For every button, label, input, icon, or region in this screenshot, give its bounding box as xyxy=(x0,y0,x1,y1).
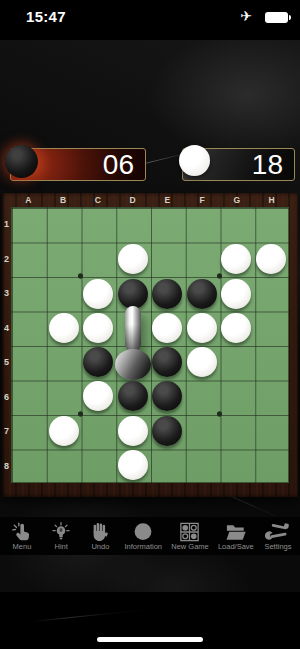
white-score-value: 18 xyxy=(252,149,283,180)
cell-E7[interactable] xyxy=(150,414,185,448)
cell-D2[interactable] xyxy=(116,242,151,276)
disc-white-E4 xyxy=(152,313,182,343)
cell-A7[interactable] xyxy=(12,414,47,448)
hint-label: Hint xyxy=(55,543,68,551)
cell-H5[interactable] xyxy=(254,345,289,379)
disc-black-F3 xyxy=(187,279,217,309)
disc-white-G3 xyxy=(221,279,251,309)
cell-A3[interactable] xyxy=(12,277,47,311)
cell-E4[interactable] xyxy=(150,311,185,345)
cell-C1[interactable] xyxy=(81,208,116,242)
cell-A8[interactable] xyxy=(12,448,47,482)
cell-D6[interactable] xyxy=(116,379,151,413)
tap-hand-icon xyxy=(10,522,34,542)
airplane-mode-icon: ✈ xyxy=(240,8,252,24)
cell-G6[interactable] xyxy=(219,379,254,413)
status-bar: 15:47 ✈ xyxy=(0,0,300,32)
row-label-8: 8 xyxy=(2,449,11,484)
cell-F2[interactable] xyxy=(185,242,220,276)
row-label-5: 5 xyxy=(2,345,11,380)
cell-C4[interactable] xyxy=(81,311,116,345)
row-labels: 12345678 xyxy=(2,207,11,483)
new-game-button[interactable]: New Game xyxy=(171,522,209,551)
column-label-E: E xyxy=(150,195,185,206)
cell-H1[interactable] xyxy=(254,208,289,242)
hint-button[interactable]: Hint xyxy=(46,522,76,551)
white-score-disc xyxy=(179,145,210,176)
menu-button[interactable]: Menu xyxy=(7,522,37,551)
cell-A6[interactable] xyxy=(12,379,47,413)
disc-black-E6 xyxy=(152,381,182,411)
cell-C3[interactable] xyxy=(81,277,116,311)
new-game-label: New Game xyxy=(171,543,209,551)
cell-D1[interactable] xyxy=(116,208,151,242)
cell-F3[interactable] xyxy=(185,277,220,311)
disc-flipping-D5 xyxy=(115,349,151,380)
cell-H4[interactable] xyxy=(254,311,289,345)
palm-hand-icon xyxy=(89,522,111,542)
cell-G8[interactable] xyxy=(219,448,254,482)
column-label-F: F xyxy=(185,195,220,206)
row-label-2: 2 xyxy=(2,242,11,277)
undo-label: Undo xyxy=(91,543,109,551)
app-screen: 15:47 ✈ 06 18 ABCDEFGH 12345678 Menu xyxy=(0,0,300,649)
cell-F4[interactable] xyxy=(185,311,220,345)
menu-label: Menu xyxy=(13,543,32,551)
marble-vein xyxy=(30,609,149,623)
bottom-toolbar: Menu Hint xyxy=(0,517,300,555)
cell-B7[interactable] xyxy=(47,414,82,448)
disc-black-D6 xyxy=(118,381,148,411)
cell-F5[interactable] xyxy=(185,345,220,379)
column-label-D: D xyxy=(115,195,150,206)
cell-D8[interactable] xyxy=(116,448,151,482)
cell-H3[interactable] xyxy=(254,277,289,311)
disc-white-D7 xyxy=(118,416,148,446)
cell-D4[interactable] xyxy=(116,311,151,345)
cell-H8[interactable] xyxy=(254,448,289,482)
column-labels: ABCDEFGH xyxy=(11,195,289,206)
cell-C8[interactable] xyxy=(81,448,116,482)
undo-button[interactable]: Undo xyxy=(85,522,115,551)
row-label-4: 4 xyxy=(2,311,11,346)
column-label-G: G xyxy=(220,195,255,206)
cell-F1[interactable] xyxy=(185,208,220,242)
cell-D7[interactable] xyxy=(116,414,151,448)
disc-white-C6 xyxy=(83,381,113,411)
information-label: Information xyxy=(125,543,163,551)
disc-white-F4 xyxy=(187,313,217,343)
row-label-6: 6 xyxy=(2,380,11,415)
cell-C5[interactable] xyxy=(81,345,116,379)
sphere-icon xyxy=(132,522,154,542)
cell-G2[interactable] xyxy=(219,242,254,276)
home-indicator[interactable] xyxy=(97,637,203,642)
disc-black-E5 xyxy=(152,347,182,377)
disc-white-C4 xyxy=(83,313,113,343)
disc-white-G2 xyxy=(221,244,251,274)
cell-F8[interactable] xyxy=(185,448,220,482)
cell-B8[interactable] xyxy=(47,448,82,482)
settings-label: Settings xyxy=(264,543,291,551)
cell-B2[interactable] xyxy=(47,242,82,276)
disc-black-C5 xyxy=(83,347,113,377)
column-label-H: H xyxy=(254,195,289,206)
column-label-A: A xyxy=(11,195,46,206)
cell-E3[interactable] xyxy=(150,277,185,311)
mini-board-icon xyxy=(179,522,200,542)
cell-G1[interactable] xyxy=(219,208,254,242)
cell-D5[interactable] xyxy=(116,345,151,379)
cell-B1[interactable] xyxy=(47,208,82,242)
cell-C2[interactable] xyxy=(81,242,116,276)
disc-black-E7 xyxy=(152,416,182,446)
disc-white-D2 xyxy=(118,244,148,274)
disc-white-C3 xyxy=(83,279,113,309)
cell-B5[interactable] xyxy=(47,345,82,379)
cell-G7[interactable] xyxy=(219,414,254,448)
cell-B6[interactable] xyxy=(47,379,82,413)
disc-white-G4 xyxy=(221,313,251,343)
black-score-value: 06 xyxy=(103,149,134,180)
column-label-C: C xyxy=(81,195,116,206)
cell-H7[interactable] xyxy=(254,414,289,448)
cell-A1[interactable] xyxy=(12,208,47,242)
black-score-disc xyxy=(5,145,38,178)
cell-A2[interactable] xyxy=(12,242,47,276)
load-save-button[interactable]: Load/Save xyxy=(218,522,254,551)
row-label-7: 7 xyxy=(2,414,11,449)
cell-C6[interactable] xyxy=(81,379,116,413)
cell-H6[interactable] xyxy=(254,379,289,413)
cell-A5[interactable] xyxy=(12,345,47,379)
cell-H2[interactable] xyxy=(254,242,289,276)
cell-A4[interactable] xyxy=(12,311,47,345)
tools-icon xyxy=(265,522,291,542)
column-label-B: B xyxy=(46,195,81,206)
cell-B4[interactable] xyxy=(47,311,82,345)
disc-black-D3 xyxy=(118,279,148,309)
othello-board: ABCDEFGH 12345678 xyxy=(2,193,298,497)
cell-B3[interactable] xyxy=(47,277,82,311)
folder-icon xyxy=(224,522,248,542)
clock-time: 15:47 xyxy=(26,8,66,25)
disc-white-H2 xyxy=(256,244,286,274)
cell-E5[interactable] xyxy=(150,345,185,379)
cell-F6[interactable] xyxy=(185,379,220,413)
cell-G4[interactable] xyxy=(219,311,254,345)
row-label-1: 1 xyxy=(2,207,11,242)
cell-G3[interactable] xyxy=(219,277,254,311)
cell-E6[interactable] xyxy=(150,379,185,413)
cell-E1[interactable] xyxy=(150,208,185,242)
cell-G5[interactable] xyxy=(219,345,254,379)
disc-white-D8 xyxy=(118,450,148,480)
cell-E2[interactable] xyxy=(150,242,185,276)
cell-E8[interactable] xyxy=(150,448,185,482)
row-label-3: 3 xyxy=(2,276,11,311)
settings-button[interactable]: Settings xyxy=(263,522,293,551)
cell-F7[interactable] xyxy=(185,414,220,448)
disc-white-B7 xyxy=(49,416,79,446)
battery-icon xyxy=(265,12,288,23)
disc-white-F5 xyxy=(187,347,217,377)
disc-white-B4 xyxy=(49,313,79,343)
cell-C7[interactable] xyxy=(81,414,116,448)
lightbulb-icon xyxy=(49,522,73,542)
board-grid xyxy=(11,207,289,483)
load-save-label: Load/Save xyxy=(218,543,254,551)
disc-black-E3 xyxy=(152,279,182,309)
information-button[interactable]: Information xyxy=(125,522,163,551)
